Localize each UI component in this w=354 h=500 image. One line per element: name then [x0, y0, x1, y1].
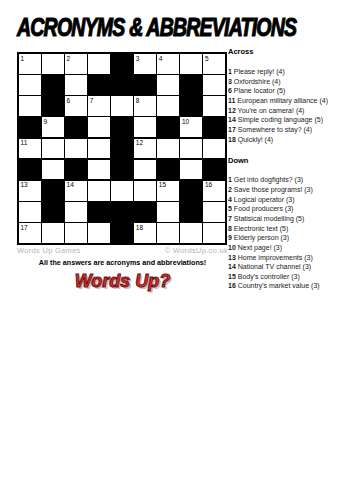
letter-cell[interactable] [157, 223, 179, 243]
clue-number: 14 [67, 181, 74, 189]
block-cell [42, 202, 64, 222]
letter-cell[interactable] [42, 223, 64, 243]
clue-number: 7 [90, 97, 94, 105]
clue-num-label: 4 [228, 196, 232, 203]
clue-number: 6 [67, 97, 71, 105]
clue-number: 11 [21, 139, 28, 147]
block-cell [19, 117, 41, 137]
letter-cell[interactable]: 2 [65, 54, 87, 74]
across-clue: 1 Please reply! (4) [228, 67, 354, 77]
letter-cell[interactable] [65, 139, 87, 159]
clue-number: 13 [21, 181, 28, 189]
clue-number: 10 [182, 118, 189, 126]
letter-cell[interactable] [180, 139, 202, 159]
letter-cell[interactable]: 9 [42, 117, 64, 137]
letter-cell[interactable] [111, 96, 133, 116]
clue-num-label: 8 [228, 225, 232, 232]
letter-cell[interactable]: 12 [134, 139, 156, 159]
across-clue: 12 You're on camera! (4) [228, 106, 354, 116]
clue-num-label: 15 [228, 273, 236, 280]
down-clue: 14 National TV channel (3) [228, 262, 354, 272]
block-cell [134, 75, 156, 95]
letter-cell[interactable] [19, 96, 41, 116]
letter-cell[interactable]: 16 [203, 181, 225, 201]
letter-cell[interactable]: 8 [134, 96, 156, 116]
letter-cell[interactable] [180, 223, 202, 243]
letter-cell[interactable]: 11 [19, 139, 41, 159]
letter-cell[interactable]: 18 [134, 223, 156, 243]
clue-num-label: 2 [228, 186, 232, 193]
clue-number: 12 [136, 139, 143, 147]
crossword-grid: 123456789101112131415161718 [17, 52, 227, 245]
down-clue: 16 Country's market value (3) [228, 281, 354, 291]
credit-right: © WordsUp.co.uk [165, 246, 228, 255]
block-cell [19, 160, 41, 180]
clue-number: 9 [44, 118, 48, 126]
clue-num-label: 5 [228, 205, 232, 212]
clue-number: 5 [205, 55, 209, 63]
puzzle-page: ACRONYMS & ABBREVIATIONS 123456789101112… [0, 0, 354, 500]
letter-cell[interactable] [134, 160, 156, 180]
across-clue: 18 Quickly! (4) [228, 135, 354, 145]
letter-cell[interactable] [203, 202, 225, 222]
clues-panel: Across 1 Please reply! (4)3 Oxfordshire … [228, 47, 354, 291]
clue-number: 18 [136, 224, 143, 232]
clue-num-label: 7 [228, 215, 232, 222]
letter-cell[interactable] [88, 223, 110, 243]
letter-cell[interactable]: 1 [19, 54, 41, 74]
letter-cell[interactable]: 6 [65, 96, 87, 116]
clue-number: 1 [21, 55, 25, 63]
down-clue: 4 Logical operator (3) [228, 195, 354, 205]
letter-cell[interactable] [157, 96, 179, 116]
clue-num-label: 10 [228, 244, 236, 251]
clue-num-label: 17 [228, 126, 236, 133]
letter-cell[interactable] [157, 202, 179, 222]
clue-num-label: 1 [228, 68, 232, 75]
block-cell [111, 202, 133, 222]
page-title: ACRONYMS & ABBREVIATIONS [17, 12, 296, 42]
block-cell [65, 117, 87, 137]
clue-num-label: 14 [228, 263, 236, 270]
letter-cell[interactable] [88, 54, 110, 74]
letter-cell[interactable] [134, 117, 156, 137]
clue-number: 4 [159, 55, 163, 63]
clue-num-label: 6 [228, 87, 232, 94]
block-cell [42, 96, 64, 116]
down-clue-list: 1 Get into dogfights? (3)2 Save those pr… [228, 175, 354, 291]
letter-cell[interactable]: 14 [65, 181, 87, 201]
block-cell [111, 75, 133, 95]
letter-cell[interactable] [157, 139, 179, 159]
letter-cell[interactable] [88, 117, 110, 137]
clue-number: 16 [205, 181, 212, 189]
block-cell [180, 181, 202, 201]
tagline: All the answers are acronyms and abbrevi… [17, 258, 228, 267]
across-clue-list: 1 Please reply! (4)3 Oxfordshire (4)6 Pl… [228, 67, 354, 144]
letter-cell[interactable] [88, 160, 110, 180]
letter-cell[interactable] [180, 160, 202, 180]
letter-cell[interactable] [203, 96, 225, 116]
across-clue: 3 Oxfordshire (4) [228, 77, 354, 87]
block-cell [111, 139, 133, 159]
clue-num-label: 9 [228, 234, 232, 241]
block-cell [203, 160, 225, 180]
down-clue: 10 Next page! (3) [228, 243, 354, 253]
across-clue: 6 Plane locator (5) [228, 86, 354, 96]
across-header: Across [228, 47, 354, 57]
letter-cell[interactable]: 13 [19, 181, 41, 201]
clue-num-label: 11 [228, 97, 235, 104]
down-header: Down [228, 156, 354, 166]
block-cell [203, 117, 225, 137]
across-clue: 14 Simple coding language (5) [228, 115, 354, 125]
down-clue: 13 Home improvements (3) [228, 253, 354, 263]
letter-cell[interactable] [88, 181, 110, 201]
letter-cell[interactable] [88, 139, 110, 159]
block-cell [42, 75, 64, 95]
words-up-logo: Words Up? [17, 271, 228, 292]
down-clue: 2 Save those programs! (3) [228, 185, 354, 195]
block-cell [111, 223, 133, 243]
clue-number: 8 [136, 97, 140, 105]
clue-number: 2 [67, 55, 71, 63]
letter-cell[interactable] [65, 202, 87, 222]
letter-cell[interactable] [19, 75, 41, 95]
across-clue: 17 Somewhere to stay? (4) [228, 125, 354, 135]
letter-cell[interactable] [203, 139, 225, 159]
letter-cell[interactable] [19, 202, 41, 222]
clue-num-label: 18 [228, 136, 236, 143]
clue-num-label: 1 [228, 176, 232, 183]
block-cell [88, 75, 110, 95]
block-cell [180, 75, 202, 95]
letter-cell[interactable]: 4 [157, 54, 179, 74]
credits-row: Words Up Games © WordsUp.co.uk [17, 246, 228, 255]
clue-num-label: 3 [228, 78, 232, 85]
letter-cell[interactable]: 7 [88, 96, 110, 116]
letter-cell[interactable] [65, 223, 87, 243]
block-cell [134, 202, 156, 222]
block-cell [111, 54, 133, 74]
clue-num-label: 14 [228, 116, 236, 123]
clue-number: 17 [21, 224, 28, 232]
down-clue: 9 Elderly person (3) [228, 233, 354, 243]
block-cell [180, 96, 202, 116]
down-clue: 8 Electronic text (5) [228, 224, 354, 234]
letter-cell[interactable] [134, 181, 156, 201]
clue-num-label: 16 [228, 282, 236, 289]
letter-cell[interactable] [65, 75, 87, 95]
letter-cell[interactable]: 15 [157, 181, 179, 201]
letter-cell[interactable]: 10 [180, 117, 202, 137]
letter-cell[interactable] [42, 139, 64, 159]
block-cell [180, 202, 202, 222]
down-clue: 15 Body's controller (3) [228, 272, 354, 282]
letter-cell[interactable]: 5 [203, 54, 225, 74]
letter-cell[interactable] [157, 75, 179, 95]
block-cell [111, 117, 133, 137]
letter-cell[interactable]: 3 [134, 54, 156, 74]
clue-num-label: 13 [228, 254, 236, 261]
block-cell [111, 160, 133, 180]
letter-cell[interactable] [42, 160, 64, 180]
block-cell [88, 202, 110, 222]
down-clue: 5 Food producers (3) [228, 204, 354, 214]
across-clue: 11 European military alliance (4) [228, 96, 354, 106]
clue-num-label: 12 [228, 107, 236, 114]
block-cell [65, 160, 87, 180]
letter-cell[interactable] [180, 54, 202, 74]
clue-number: 15 [159, 181, 166, 189]
letter-cell[interactable] [111, 181, 133, 201]
letter-cell[interactable] [203, 223, 225, 243]
down-clue: 7 Statisical modelling (5) [228, 214, 354, 224]
block-cell [157, 117, 179, 137]
letter-cell[interactable] [42, 54, 64, 74]
block-cell [157, 160, 179, 180]
down-clue: 1 Get into dogfights? (3) [228, 175, 354, 185]
block-cell [42, 181, 64, 201]
letter-cell[interactable]: 17 [19, 223, 41, 243]
credit-left: Words Up Games [17, 246, 81, 255]
letter-cell[interactable] [203, 75, 225, 95]
clue-number: 3 [136, 55, 140, 63]
